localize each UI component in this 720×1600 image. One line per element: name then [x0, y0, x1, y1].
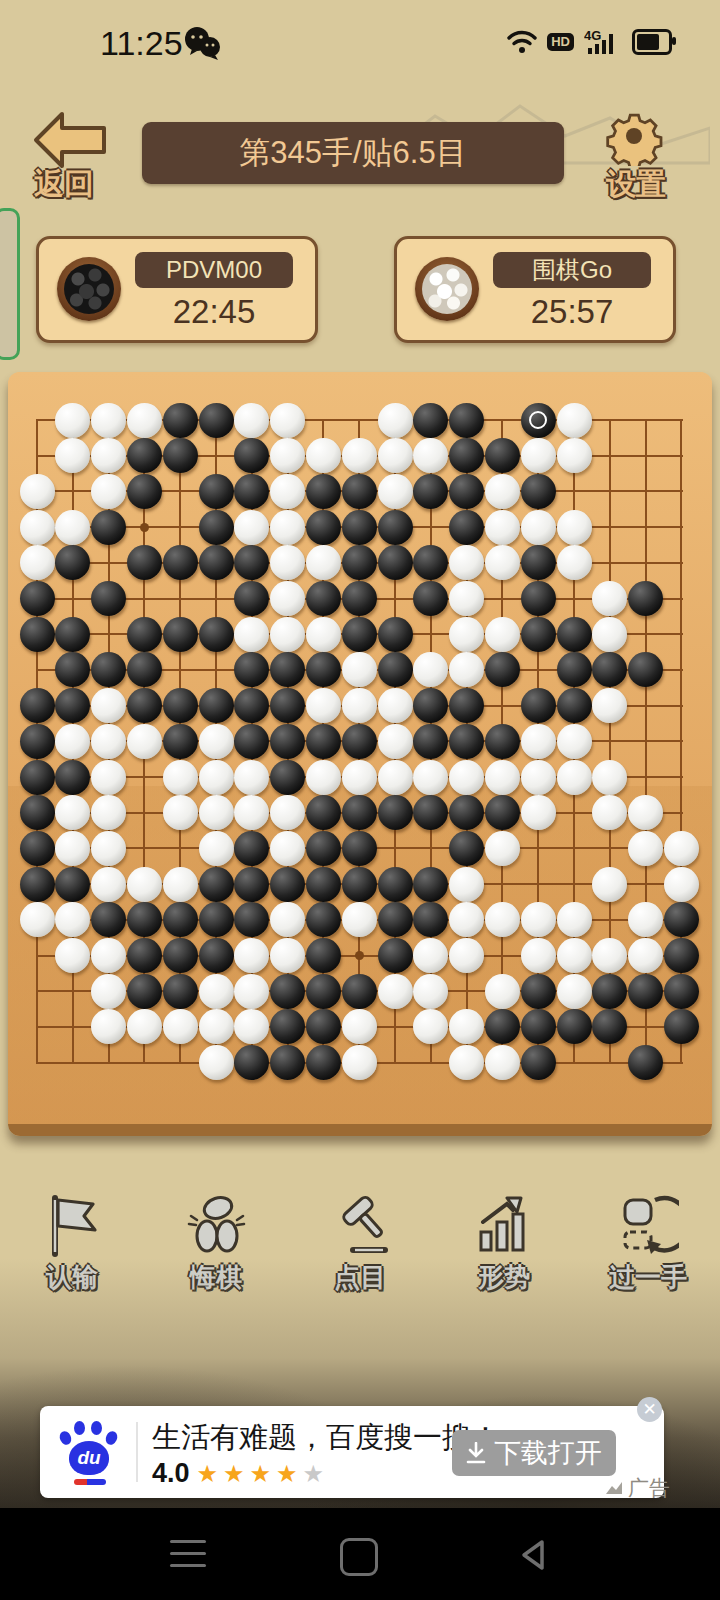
stone-black	[521, 474, 556, 509]
stone-white	[485, 974, 520, 1009]
stone-black	[521, 1009, 556, 1044]
back-arrow-icon[interactable]	[32, 110, 108, 170]
stone-white	[270, 902, 305, 937]
stone-white	[592, 617, 627, 652]
stone-black	[270, 1009, 305, 1044]
recent-apps-icon[interactable]	[170, 1540, 206, 1568]
stone-white	[592, 760, 627, 795]
stone-black	[413, 403, 448, 438]
stone-white	[20, 545, 55, 580]
stone-black	[342, 831, 377, 866]
black-player-clock: 22:45	[135, 293, 293, 331]
stone-black	[521, 545, 556, 580]
stone-black	[485, 795, 520, 830]
stone-black	[413, 795, 448, 830]
stone-black	[449, 403, 484, 438]
stone-white	[20, 510, 55, 545]
stone-black	[485, 1009, 520, 1044]
stone-black	[378, 938, 413, 973]
stone-black	[306, 652, 341, 687]
stone-black	[485, 724, 520, 759]
stone-black	[234, 688, 269, 723]
ad-close-icon[interactable]: ✕	[637, 1397, 662, 1422]
stone-black	[199, 938, 234, 973]
stone-black	[199, 688, 234, 723]
stone-black	[342, 474, 377, 509]
stone-black	[234, 581, 269, 616]
stone-black	[664, 974, 699, 1009]
stone-black	[127, 474, 162, 509]
stone-white	[270, 795, 305, 830]
baidu-logo-underline	[74, 1479, 106, 1485]
stone-white	[557, 438, 592, 473]
stone-black	[20, 617, 55, 652]
stone-black	[378, 510, 413, 545]
stone-white	[449, 1045, 484, 1080]
stone-white	[306, 688, 341, 723]
stone-black	[55, 617, 90, 652]
pass-icon	[617, 1192, 679, 1258]
stone-black	[199, 867, 234, 902]
star-empty-icon: ★	[303, 1460, 325, 1487]
stone-black	[306, 510, 341, 545]
ad-divider	[136, 1422, 138, 1482]
ad-tag-icon	[604, 1480, 624, 1496]
stone-white	[521, 795, 556, 830]
stone-black	[234, 474, 269, 509]
stone-white	[378, 403, 413, 438]
stone-black	[91, 581, 126, 616]
stone-black	[664, 902, 699, 937]
stone-white	[485, 902, 520, 937]
stone-white	[199, 724, 234, 759]
stone-black	[127, 617, 162, 652]
stone-black	[342, 545, 377, 580]
stone-black	[163, 974, 198, 1009]
stone-black	[306, 902, 341, 937]
stone-white	[485, 1045, 520, 1080]
stone-white	[521, 902, 556, 937]
stone-black	[378, 652, 413, 687]
stone-black	[127, 438, 162, 473]
stone-white	[199, 1009, 234, 1044]
stone-white	[485, 617, 520, 652]
stone-white	[55, 724, 90, 759]
back-button-label[interactable]: 返回	[34, 164, 94, 205]
star-point	[140, 523, 149, 532]
stone-black	[20, 688, 55, 723]
side-panel-edge[interactable]	[0, 208, 20, 360]
stone-white	[55, 403, 90, 438]
stone-white	[270, 831, 305, 866]
stone-black	[91, 652, 126, 687]
settings-button-label[interactable]: 设置	[606, 164, 666, 205]
go-board[interactable]	[8, 372, 712, 1136]
stone-black	[270, 688, 305, 723]
white-player-name: 围棋Go	[532, 254, 612, 286]
stone-white	[127, 403, 162, 438]
stone-white	[91, 474, 126, 509]
player-card-white: 围棋Go 25:57	[394, 236, 676, 343]
baidu-logo-text: du	[77, 1447, 100, 1469]
stone-white	[127, 867, 162, 902]
stone-black	[20, 867, 55, 902]
stone-black	[378, 902, 413, 937]
stone-white	[127, 1009, 162, 1044]
stone-white	[306, 760, 341, 795]
stone-white	[55, 510, 90, 545]
stone-black	[521, 581, 556, 616]
stone-black	[163, 438, 198, 473]
stone-white	[91, 867, 126, 902]
stone-white	[91, 403, 126, 438]
stone-white	[91, 1009, 126, 1044]
stone-black	[234, 724, 269, 759]
stone-white	[306, 545, 341, 580]
stone-black	[306, 1009, 341, 1044]
stone-black	[628, 974, 663, 1009]
stone-white	[557, 510, 592, 545]
stone-black	[127, 652, 162, 687]
stone-white	[270, 474, 305, 509]
hd-badge: HD	[547, 33, 574, 51]
stone-black	[234, 1045, 269, 1080]
battery-icon	[632, 29, 672, 55]
stone-white	[20, 902, 55, 937]
stone-white	[449, 902, 484, 937]
stone-black	[342, 795, 377, 830]
baidu-logo: du	[58, 1419, 122, 1485]
star-filled-icon: ★	[223, 1460, 245, 1487]
stone-white	[378, 760, 413, 795]
ad-tag: 广告	[604, 1474, 670, 1502]
stone-black	[270, 974, 305, 1009]
stone-white	[449, 760, 484, 795]
stone-white	[234, 760, 269, 795]
stone-white	[521, 724, 556, 759]
gavel-icon	[329, 1192, 391, 1258]
stone-white	[521, 438, 556, 473]
wechat-icon	[182, 26, 222, 62]
stone-white	[270, 403, 305, 438]
stone-white	[55, 438, 90, 473]
stone-white	[485, 760, 520, 795]
stone-black	[55, 545, 90, 580]
stone-white	[270, 510, 305, 545]
stone-black	[306, 938, 341, 973]
stone-white	[342, 902, 377, 937]
stone-black	[163, 403, 198, 438]
stone-black	[521, 617, 556, 652]
stone-white	[485, 474, 520, 509]
stone-black	[521, 403, 556, 438]
stone-white	[557, 938, 592, 973]
stone-black	[592, 974, 627, 1009]
stone-black	[413, 581, 448, 616]
stone-black	[234, 438, 269, 473]
white-player-clock: 25:57	[493, 293, 651, 331]
stone-black	[55, 652, 90, 687]
stone-black	[199, 902, 234, 937]
star-filled-icon: ★	[250, 1460, 272, 1487]
stone-white	[664, 867, 699, 902]
nav-back-icon[interactable]	[516, 1538, 550, 1572]
black-player-name: PDVM00	[166, 256, 262, 284]
stone-white	[270, 581, 305, 616]
stone-white	[449, 938, 484, 973]
stone-black	[449, 724, 484, 759]
stone-black	[270, 867, 305, 902]
stone-white	[378, 974, 413, 1009]
settings-gear-icon[interactable]	[604, 106, 664, 166]
stone-black	[342, 617, 377, 652]
stone-white	[557, 545, 592, 580]
stone-black	[378, 795, 413, 830]
stone-black	[342, 867, 377, 902]
stone-black	[557, 652, 592, 687]
stone-white	[163, 1009, 198, 1044]
stone-white	[234, 795, 269, 830]
move-info-plate: 第345手/贴6.5目	[142, 122, 564, 184]
stone-black	[306, 581, 341, 616]
stone-white	[199, 1045, 234, 1080]
stone-black	[306, 724, 341, 759]
stone-white	[485, 545, 520, 580]
status-bar: 11:25 HD 4G	[0, 0, 720, 80]
stone-black	[521, 974, 556, 1009]
trend-chart-icon	[473, 1192, 535, 1258]
white-player-nameplate: 围棋Go	[493, 252, 651, 288]
stone-black	[342, 724, 377, 759]
white-stones-bowl-avatar	[415, 257, 479, 321]
stone-white	[628, 902, 663, 937]
stone-black	[20, 795, 55, 830]
stone-black	[234, 545, 269, 580]
ad-star-row: ★★★★★	[197, 1462, 330, 1486]
stone-white	[199, 831, 234, 866]
stone-black	[306, 867, 341, 902]
stone-white	[521, 510, 556, 545]
stone-black	[55, 867, 90, 902]
stone-white	[306, 617, 341, 652]
stone-black	[127, 938, 162, 973]
stone-white	[91, 438, 126, 473]
stone-black	[449, 510, 484, 545]
stone-white	[413, 652, 448, 687]
stone-black	[592, 652, 627, 687]
stone-white	[342, 688, 377, 723]
stone-black	[378, 545, 413, 580]
stone-white	[91, 938, 126, 973]
stone-black	[199, 510, 234, 545]
stone-white	[521, 938, 556, 973]
stone-black	[163, 938, 198, 973]
home-icon[interactable]	[340, 1538, 378, 1576]
go-board-grid[interactable]	[37, 420, 682, 1063]
star-point	[355, 951, 364, 960]
stone-black	[557, 617, 592, 652]
stone-black	[127, 688, 162, 723]
undo-stones-icon	[185, 1192, 247, 1258]
stone-black	[521, 688, 556, 723]
stone-black	[163, 545, 198, 580]
stone-black	[127, 545, 162, 580]
stone-white	[557, 760, 592, 795]
star-filled-icon: ★	[197, 1460, 219, 1487]
stone-white	[449, 545, 484, 580]
stone-black	[199, 617, 234, 652]
signal-4g-icon: 4G	[584, 28, 622, 56]
stone-white	[306, 438, 341, 473]
stone-white	[449, 1009, 484, 1044]
stone-black	[664, 1009, 699, 1044]
stone-white	[342, 438, 377, 473]
stone-black	[199, 474, 234, 509]
stone-white	[664, 831, 699, 866]
stone-white	[449, 617, 484, 652]
stone-black	[449, 688, 484, 723]
stone-black	[270, 760, 305, 795]
stone-black	[306, 1045, 341, 1080]
stone-black	[449, 438, 484, 473]
stone-white	[592, 581, 627, 616]
stone-black	[628, 1045, 663, 1080]
stone-white	[557, 974, 592, 1009]
stone-black	[378, 617, 413, 652]
stone-white	[270, 938, 305, 973]
stone-white	[55, 831, 90, 866]
stone-white	[413, 938, 448, 973]
stone-white	[342, 1045, 377, 1080]
stone-white	[91, 724, 126, 759]
player-card-black: PDVM00 22:45	[36, 236, 318, 343]
stone-black	[413, 902, 448, 937]
stone-white	[234, 974, 269, 1009]
stone-black	[20, 760, 55, 795]
stone-black	[485, 652, 520, 687]
stone-black	[306, 474, 341, 509]
stone-white	[592, 867, 627, 902]
stone-black	[306, 831, 341, 866]
stone-black	[163, 617, 198, 652]
clock-time: 11:25	[100, 24, 183, 63]
stone-black	[592, 1009, 627, 1044]
stone-white	[592, 795, 627, 830]
stone-white	[378, 474, 413, 509]
stone-white	[55, 938, 90, 973]
stone-black	[413, 474, 448, 509]
flag-icon	[41, 1192, 103, 1258]
stone-white	[413, 974, 448, 1009]
stone-black	[413, 867, 448, 902]
ad-download-label: 下载打开	[494, 1435, 602, 1471]
stone-black	[20, 581, 55, 616]
last-move-marker	[529, 411, 547, 429]
ad-download-button[interactable]: 下载打开	[452, 1430, 616, 1476]
stone-black	[234, 652, 269, 687]
stone-white	[485, 831, 520, 866]
stone-black	[270, 724, 305, 759]
stone-black	[163, 902, 198, 937]
stone-white	[378, 724, 413, 759]
stone-white	[270, 617, 305, 652]
stone-white	[449, 581, 484, 616]
stone-white	[127, 724, 162, 759]
wifi-icon	[507, 29, 537, 55]
stone-black	[664, 938, 699, 973]
stone-black	[55, 688, 90, 723]
stone-black	[270, 652, 305, 687]
stone-black	[55, 760, 90, 795]
stone-black	[342, 974, 377, 1009]
stone-white	[163, 867, 198, 902]
stone-black	[449, 831, 484, 866]
stone-white	[234, 510, 269, 545]
stone-black	[485, 438, 520, 473]
stone-white	[485, 510, 520, 545]
stone-black	[234, 831, 269, 866]
stone-white	[199, 760, 234, 795]
stone-white	[163, 760, 198, 795]
stone-black	[127, 902, 162, 937]
stone-black	[449, 795, 484, 830]
stone-white	[628, 938, 663, 973]
move-info-text: 第345手/贴6.5目	[239, 132, 466, 174]
stone-white	[199, 795, 234, 830]
stone-black	[378, 867, 413, 902]
stone-black	[163, 688, 198, 723]
stone-white	[592, 938, 627, 973]
stone-black	[234, 867, 269, 902]
stone-white	[342, 760, 377, 795]
stone-black	[20, 724, 55, 759]
stone-white	[628, 795, 663, 830]
stone-black	[91, 510, 126, 545]
star-filled-icon: ★	[276, 1460, 298, 1487]
black-stones-bowl-avatar	[57, 257, 121, 321]
stone-black	[270, 1045, 305, 1080]
stone-black	[628, 652, 663, 687]
stone-white	[628, 831, 663, 866]
stone-white	[55, 902, 90, 937]
svg-text:4G: 4G	[584, 28, 601, 43]
black-player-nameplate: PDVM00	[135, 252, 293, 288]
stone-white	[413, 760, 448, 795]
stone-white	[449, 652, 484, 687]
stone-white	[557, 403, 592, 438]
stone-white	[342, 652, 377, 687]
stone-white	[91, 795, 126, 830]
stone-black	[306, 795, 341, 830]
stone-white	[378, 688, 413, 723]
stone-white	[234, 617, 269, 652]
stone-black	[557, 688, 592, 723]
stone-white	[234, 403, 269, 438]
stone-black	[628, 581, 663, 616]
stone-white	[342, 1009, 377, 1044]
stone-white	[20, 474, 55, 509]
stone-white	[91, 974, 126, 1009]
stone-white	[91, 760, 126, 795]
stone-white	[163, 795, 198, 830]
ad-title: 生活有难题，百度搜一搜！	[152, 1418, 500, 1458]
stone-white	[91, 688, 126, 723]
stone-black	[234, 902, 269, 937]
stone-black	[557, 1009, 592, 1044]
stone-black	[342, 510, 377, 545]
ad-banner[interactable]: du 生活有难题，百度搜一搜！ 4.0 ★★★★★ 下载打开	[40, 1406, 664, 1498]
stone-white	[199, 974, 234, 1009]
